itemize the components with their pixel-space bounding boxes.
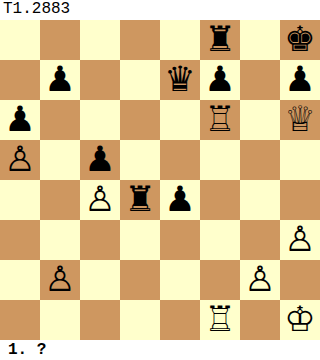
square-g3[interactable] — [240, 220, 280, 260]
square-h4[interactable] — [280, 180, 320, 220]
chess-trainer-window: T1.2883 ♜♚♟♛♟♟♟♖♕♙♟♙♜♟♙♙♙♖♔ 1. ? — [0, 0, 320, 360]
square-h8[interactable]: ♚ — [280, 20, 320, 60]
square-b1[interactable] — [40, 300, 80, 340]
white-pawn: ♙ — [44, 260, 75, 299]
square-d6[interactable] — [120, 100, 160, 140]
square-f6[interactable]: ♖ — [200, 100, 240, 140]
square-a1[interactable] — [0, 300, 40, 340]
square-g1[interactable] — [240, 300, 280, 340]
square-b3[interactable] — [40, 220, 80, 260]
square-c8[interactable] — [80, 20, 120, 60]
square-a8[interactable] — [0, 20, 40, 60]
square-d7[interactable] — [120, 60, 160, 100]
black-rook: ♜ — [204, 20, 235, 59]
white-pawn: ♙ — [244, 260, 275, 299]
move-prompt-label: 1. ? — [0, 340, 320, 360]
square-h2[interactable] — [280, 260, 320, 300]
square-g2[interactable]: ♙ — [240, 260, 280, 300]
square-d4[interactable]: ♜ — [120, 180, 160, 220]
square-g8[interactable] — [240, 20, 280, 60]
square-b2[interactable]: ♙ — [40, 260, 80, 300]
black-pawn: ♟ — [44, 60, 75, 99]
square-h7[interactable]: ♟ — [280, 60, 320, 100]
white-queen: ♕ — [284, 100, 315, 139]
square-c1[interactable] — [80, 300, 120, 340]
square-e2[interactable] — [160, 260, 200, 300]
black-pawn: ♟ — [84, 140, 115, 179]
square-a6[interactable]: ♟ — [0, 100, 40, 140]
square-c4[interactable]: ♙ — [80, 180, 120, 220]
black-queen: ♛ — [164, 60, 195, 99]
black-pawn: ♟ — [4, 100, 35, 139]
square-h6[interactable]: ♕ — [280, 100, 320, 140]
square-a2[interactable] — [0, 260, 40, 300]
square-c3[interactable] — [80, 220, 120, 260]
square-a5[interactable]: ♙ — [0, 140, 40, 180]
square-f7[interactable]: ♟ — [200, 60, 240, 100]
square-h5[interactable] — [280, 140, 320, 180]
black-pawn: ♟ — [204, 60, 235, 99]
square-f4[interactable] — [200, 180, 240, 220]
square-e6[interactable] — [160, 100, 200, 140]
square-c7[interactable] — [80, 60, 120, 100]
square-b7[interactable]: ♟ — [40, 60, 80, 100]
square-f8[interactable]: ♜ — [200, 20, 240, 60]
black-pawn: ♟ — [284, 60, 315, 99]
white-rook: ♖ — [204, 100, 235, 139]
square-d8[interactable] — [120, 20, 160, 60]
square-e1[interactable] — [160, 300, 200, 340]
square-f2[interactable] — [200, 260, 240, 300]
square-h3[interactable]: ♙ — [280, 220, 320, 260]
square-b6[interactable] — [40, 100, 80, 140]
square-f5[interactable] — [200, 140, 240, 180]
square-e4[interactable]: ♟ — [160, 180, 200, 220]
square-a4[interactable] — [0, 180, 40, 220]
white-pawn: ♙ — [284, 220, 315, 259]
square-b4[interactable] — [40, 180, 80, 220]
square-f1[interactable]: ♖ — [200, 300, 240, 340]
square-e3[interactable] — [160, 220, 200, 260]
square-e7[interactable]: ♛ — [160, 60, 200, 100]
square-d2[interactable] — [120, 260, 160, 300]
square-g5[interactable] — [240, 140, 280, 180]
square-a3[interactable] — [0, 220, 40, 260]
square-d3[interactable] — [120, 220, 160, 260]
square-e8[interactable] — [160, 20, 200, 60]
black-rook: ♜ — [124, 180, 155, 219]
white-pawn: ♙ — [4, 140, 35, 179]
white-rook: ♖ — [204, 300, 235, 339]
white-king: ♔ — [284, 300, 315, 339]
square-d1[interactable] — [120, 300, 160, 340]
square-h1[interactable]: ♔ — [280, 300, 320, 340]
black-pawn: ♟ — [164, 180, 195, 219]
square-g6[interactable] — [240, 100, 280, 140]
chess-board: ♜♚♟♛♟♟♟♖♕♙♟♙♜♟♙♙♙♖♔ — [0, 20, 320, 340]
puzzle-id-label: T1.2883 — [0, 0, 320, 20]
square-g7[interactable] — [240, 60, 280, 100]
square-b5[interactable] — [40, 140, 80, 180]
square-b8[interactable] — [40, 20, 80, 60]
square-e5[interactable] — [160, 140, 200, 180]
square-c2[interactable] — [80, 260, 120, 300]
square-a7[interactable] — [0, 60, 40, 100]
square-d5[interactable] — [120, 140, 160, 180]
square-g4[interactable] — [240, 180, 280, 220]
white-pawn: ♙ — [84, 180, 115, 219]
square-c6[interactable] — [80, 100, 120, 140]
square-c5[interactable]: ♟ — [80, 140, 120, 180]
black-king: ♚ — [284, 20, 315, 59]
square-f3[interactable] — [200, 220, 240, 260]
